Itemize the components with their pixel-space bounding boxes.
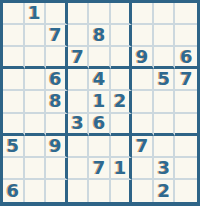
given-digit: 5 — [7, 137, 20, 155]
cell-r5c1[interactable] — [3, 91, 25, 113]
cell-r3c6[interactable] — [111, 47, 133, 69]
cell-r2c7[interactable] — [132, 25, 154, 47]
cell-r7c3[interactable]: 9 — [46, 136, 68, 158]
given-digit: 3 — [71, 114, 84, 132]
given-digit: 1 — [28, 4, 41, 22]
cell-r6c5[interactable]: 6 — [89, 114, 111, 136]
cell-r7c1[interactable]: 5 — [3, 136, 25, 158]
cell-r4c6[interactable] — [111, 69, 133, 91]
given-digit: 7 — [93, 159, 106, 177]
cell-r9c3[interactable] — [46, 180, 68, 202]
given-digit: 7 — [180, 70, 193, 88]
given-digit: 8 — [93, 26, 106, 44]
cell-r6c7[interactable] — [132, 114, 154, 136]
cell-r8c5[interactable]: 7 — [89, 158, 111, 180]
cell-r2c1[interactable] — [3, 25, 25, 47]
given-digit: 1 — [93, 92, 106, 110]
given-digit: 9 — [136, 48, 149, 66]
cell-r6c4[interactable]: 3 — [68, 114, 90, 136]
cell-r4c7[interactable] — [132, 69, 154, 91]
given-digit: 6 — [7, 182, 20, 200]
cell-r1c9[interactable] — [175, 3, 197, 25]
cell-r8c9[interactable] — [175, 158, 197, 180]
cell-r9c4[interactable] — [68, 180, 90, 202]
cell-r1c1[interactable] — [3, 3, 25, 25]
cell-r5c9[interactable] — [175, 91, 197, 113]
cell-r9c7[interactable] — [132, 180, 154, 202]
cell-r5c5[interactable]: 1 — [89, 91, 111, 113]
cell-r8c1[interactable] — [3, 158, 25, 180]
cell-r7c9[interactable] — [175, 136, 197, 158]
cell-r1c8[interactable] — [154, 3, 176, 25]
cell-r2c5[interactable]: 8 — [89, 25, 111, 47]
cell-r2c6[interactable] — [111, 25, 133, 47]
cell-r6c9[interactable] — [175, 114, 197, 136]
cell-r7c6[interactable] — [111, 136, 133, 158]
cell-r1c3[interactable] — [46, 3, 68, 25]
cell-r9c8[interactable]: 2 — [154, 180, 176, 202]
cell-r8c4[interactable] — [68, 158, 90, 180]
given-digit: 2 — [157, 182, 170, 200]
cell-r2c2[interactable] — [25, 25, 47, 47]
cell-r8c8[interactable]: 3 — [154, 158, 176, 180]
given-digit: 6 — [93, 114, 106, 132]
cell-r4c4[interactable] — [68, 69, 90, 91]
cell-r7c5[interactable] — [89, 136, 111, 158]
cell-r8c3[interactable] — [46, 158, 68, 180]
cell-r1c7[interactable] — [132, 3, 154, 25]
cell-r2c8[interactable] — [154, 25, 176, 47]
cell-r4c2[interactable] — [25, 69, 47, 91]
given-digit: 7 — [71, 48, 84, 66]
cell-r6c2[interactable] — [25, 114, 47, 136]
cell-r1c6[interactable] — [111, 3, 133, 25]
cell-r6c3[interactable] — [46, 114, 68, 136]
given-digit: 1 — [114, 159, 127, 177]
cell-r3c1[interactable] — [3, 47, 25, 69]
cell-r1c5[interactable] — [89, 3, 111, 25]
given-digit: 4 — [93, 70, 106, 88]
cell-r5c4[interactable] — [68, 91, 90, 113]
cell-r7c4[interactable] — [68, 136, 90, 158]
cell-r3c2[interactable] — [25, 47, 47, 69]
cell-r5c7[interactable] — [132, 91, 154, 113]
cell-r5c2[interactable] — [25, 91, 47, 113]
cell-r2c4[interactable] — [68, 25, 90, 47]
cell-r8c2[interactable] — [25, 158, 47, 180]
cell-r8c7[interactable] — [132, 158, 154, 180]
given-digit: 6 — [180, 48, 193, 66]
cell-r4c5[interactable]: 4 — [89, 69, 111, 91]
cell-r4c8[interactable]: 5 — [154, 69, 176, 91]
given-digit: 9 — [49, 137, 62, 155]
cell-r6c1[interactable] — [3, 114, 25, 136]
cell-r4c9[interactable]: 7 — [175, 69, 197, 91]
cell-r3c8[interactable] — [154, 47, 176, 69]
cell-r2c3[interactable]: 7 — [46, 25, 68, 47]
cell-r4c3[interactable]: 6 — [46, 69, 68, 91]
cell-r5c3[interactable]: 8 — [46, 91, 68, 113]
cell-r8c6[interactable]: 1 — [111, 158, 133, 180]
cell-r9c1[interactable]: 6 — [3, 180, 25, 202]
given-digit: 2 — [114, 92, 127, 110]
cell-r9c9[interactable] — [175, 180, 197, 202]
cell-r3c4[interactable]: 7 — [68, 47, 90, 69]
cell-r4c1[interactable] — [3, 69, 25, 91]
cell-r6c6[interactable] — [111, 114, 133, 136]
cell-r3c5[interactable] — [89, 47, 111, 69]
cell-r9c6[interactable] — [111, 180, 133, 202]
cell-r3c3[interactable] — [46, 47, 68, 69]
cell-r3c9[interactable]: 6 — [175, 47, 197, 69]
cell-r6c8[interactable] — [154, 114, 176, 136]
cell-r7c8[interactable] — [154, 136, 176, 158]
cell-r2c9[interactable] — [175, 25, 197, 47]
given-digit: 5 — [157, 70, 170, 88]
sudoku-board: 17879664578123659771362 — [0, 0, 200, 206]
cell-r5c8[interactable] — [154, 91, 176, 113]
cell-r5c6[interactable]: 2 — [111, 91, 133, 113]
given-digit: 8 — [49, 92, 62, 110]
cell-r7c2[interactable] — [25, 136, 47, 158]
cell-r1c2[interactable]: 1 — [25, 3, 47, 25]
cell-r9c5[interactable] — [89, 180, 111, 202]
cell-r3c7[interactable]: 9 — [132, 47, 154, 69]
cell-r1c4[interactable] — [68, 3, 90, 25]
given-digit: 7 — [49, 26, 62, 44]
given-digit: 3 — [157, 159, 170, 177]
cell-r9c2[interactable] — [25, 180, 47, 202]
cell-r7c7[interactable]: 7 — [132, 136, 154, 158]
given-digit: 6 — [49, 70, 62, 88]
given-digit: 7 — [136, 137, 149, 155]
